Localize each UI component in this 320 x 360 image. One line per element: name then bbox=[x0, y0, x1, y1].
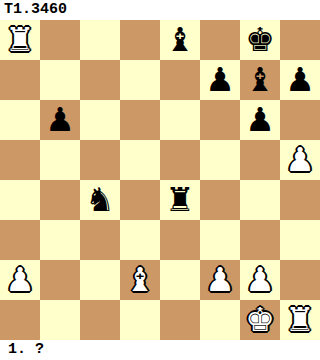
square-c4[interactable]: ♞ bbox=[80, 180, 120, 220]
square-g4[interactable] bbox=[240, 180, 280, 220]
square-e2[interactable] bbox=[160, 260, 200, 300]
black-pawn[interactable]: ♟ bbox=[45, 100, 75, 140]
square-d5[interactable] bbox=[120, 140, 160, 180]
white-bishop[interactable]: ♝ bbox=[125, 260, 155, 300]
black-pawn[interactable]: ♟ bbox=[205, 60, 235, 100]
black-king[interactable]: ♚ bbox=[245, 20, 275, 60]
square-e3[interactable] bbox=[160, 220, 200, 260]
square-a2[interactable]: ♟ bbox=[0, 260, 40, 300]
square-e4[interactable]: ♜ bbox=[160, 180, 200, 220]
square-e1[interactable] bbox=[160, 300, 200, 340]
square-c7[interactable] bbox=[80, 60, 120, 100]
square-d2[interactable]: ♝ bbox=[120, 260, 160, 300]
square-c5[interactable] bbox=[80, 140, 120, 180]
square-b5[interactable] bbox=[40, 140, 80, 180]
square-h3[interactable] bbox=[280, 220, 320, 260]
square-c1[interactable] bbox=[80, 300, 120, 340]
square-d4[interactable] bbox=[120, 180, 160, 220]
square-d7[interactable] bbox=[120, 60, 160, 100]
square-h7[interactable]: ♟ bbox=[280, 60, 320, 100]
square-f2[interactable]: ♟ bbox=[200, 260, 240, 300]
square-a3[interactable] bbox=[0, 220, 40, 260]
black-bishop[interactable]: ♝ bbox=[245, 60, 275, 100]
square-g6[interactable]: ♟ bbox=[240, 100, 280, 140]
square-b4[interactable] bbox=[40, 180, 80, 220]
square-b8[interactable] bbox=[40, 20, 80, 60]
square-g2[interactable]: ♟ bbox=[240, 260, 280, 300]
square-g3[interactable] bbox=[240, 220, 280, 260]
black-pawn[interactable]: ♟ bbox=[285, 60, 315, 100]
square-f6[interactable] bbox=[200, 100, 240, 140]
square-a7[interactable] bbox=[0, 60, 40, 100]
square-g8[interactable]: ♚ bbox=[240, 20, 280, 60]
square-b3[interactable] bbox=[40, 220, 80, 260]
square-b1[interactable] bbox=[40, 300, 80, 340]
square-f5[interactable] bbox=[200, 140, 240, 180]
square-g5[interactable] bbox=[240, 140, 280, 180]
square-e7[interactable] bbox=[160, 60, 200, 100]
chess-board: ♜♝♚♟♝♟♟♟♟♞♜♟♝♟♟♚♜ bbox=[0, 20, 320, 340]
square-a5[interactable] bbox=[0, 140, 40, 180]
square-c2[interactable] bbox=[80, 260, 120, 300]
square-c6[interactable] bbox=[80, 100, 120, 140]
square-a1[interactable] bbox=[0, 300, 40, 340]
move-prompt: 1. ? bbox=[0, 340, 320, 360]
square-h8[interactable] bbox=[280, 20, 320, 60]
square-d6[interactable] bbox=[120, 100, 160, 140]
square-h6[interactable] bbox=[280, 100, 320, 140]
white-pawn[interactable]: ♟ bbox=[205, 260, 235, 300]
black-pawn[interactable]: ♟ bbox=[245, 100, 275, 140]
square-e5[interactable] bbox=[160, 140, 200, 180]
white-rook[interactable]: ♜ bbox=[285, 300, 315, 340]
white-pawn[interactable]: ♟ bbox=[245, 260, 275, 300]
square-e8[interactable]: ♝ bbox=[160, 20, 200, 60]
square-b7[interactable] bbox=[40, 60, 80, 100]
square-e6[interactable] bbox=[160, 100, 200, 140]
square-h5[interactable]: ♟ bbox=[280, 140, 320, 180]
square-h1[interactable]: ♜ bbox=[280, 300, 320, 340]
square-d8[interactable] bbox=[120, 20, 160, 60]
square-b6[interactable]: ♟ bbox=[40, 100, 80, 140]
black-rook[interactable]: ♜ bbox=[165, 180, 195, 220]
white-king[interactable]: ♚ bbox=[245, 300, 275, 340]
square-b2[interactable] bbox=[40, 260, 80, 300]
square-h4[interactable] bbox=[280, 180, 320, 220]
square-f3[interactable] bbox=[200, 220, 240, 260]
white-pawn[interactable]: ♟ bbox=[285, 140, 315, 180]
square-a4[interactable] bbox=[0, 180, 40, 220]
square-f4[interactable] bbox=[200, 180, 240, 220]
black-bishop[interactable]: ♝ bbox=[165, 20, 195, 60]
square-f1[interactable] bbox=[200, 300, 240, 340]
square-c3[interactable] bbox=[80, 220, 120, 260]
square-c8[interactable] bbox=[80, 20, 120, 60]
white-pawn[interactable]: ♟ bbox=[5, 260, 35, 300]
square-a6[interactable] bbox=[0, 100, 40, 140]
square-h2[interactable] bbox=[280, 260, 320, 300]
puzzle-title: T1.3460 bbox=[0, 0, 320, 20]
square-d1[interactable] bbox=[120, 300, 160, 340]
square-g1[interactable]: ♚ bbox=[240, 300, 280, 340]
white-rook[interactable]: ♜ bbox=[5, 20, 35, 60]
square-g7[interactable]: ♝ bbox=[240, 60, 280, 100]
square-f8[interactable] bbox=[200, 20, 240, 60]
square-f7[interactable]: ♟ bbox=[200, 60, 240, 100]
black-knight[interactable]: ♞ bbox=[85, 180, 115, 220]
square-a8[interactable]: ♜ bbox=[0, 20, 40, 60]
square-d3[interactable] bbox=[120, 220, 160, 260]
